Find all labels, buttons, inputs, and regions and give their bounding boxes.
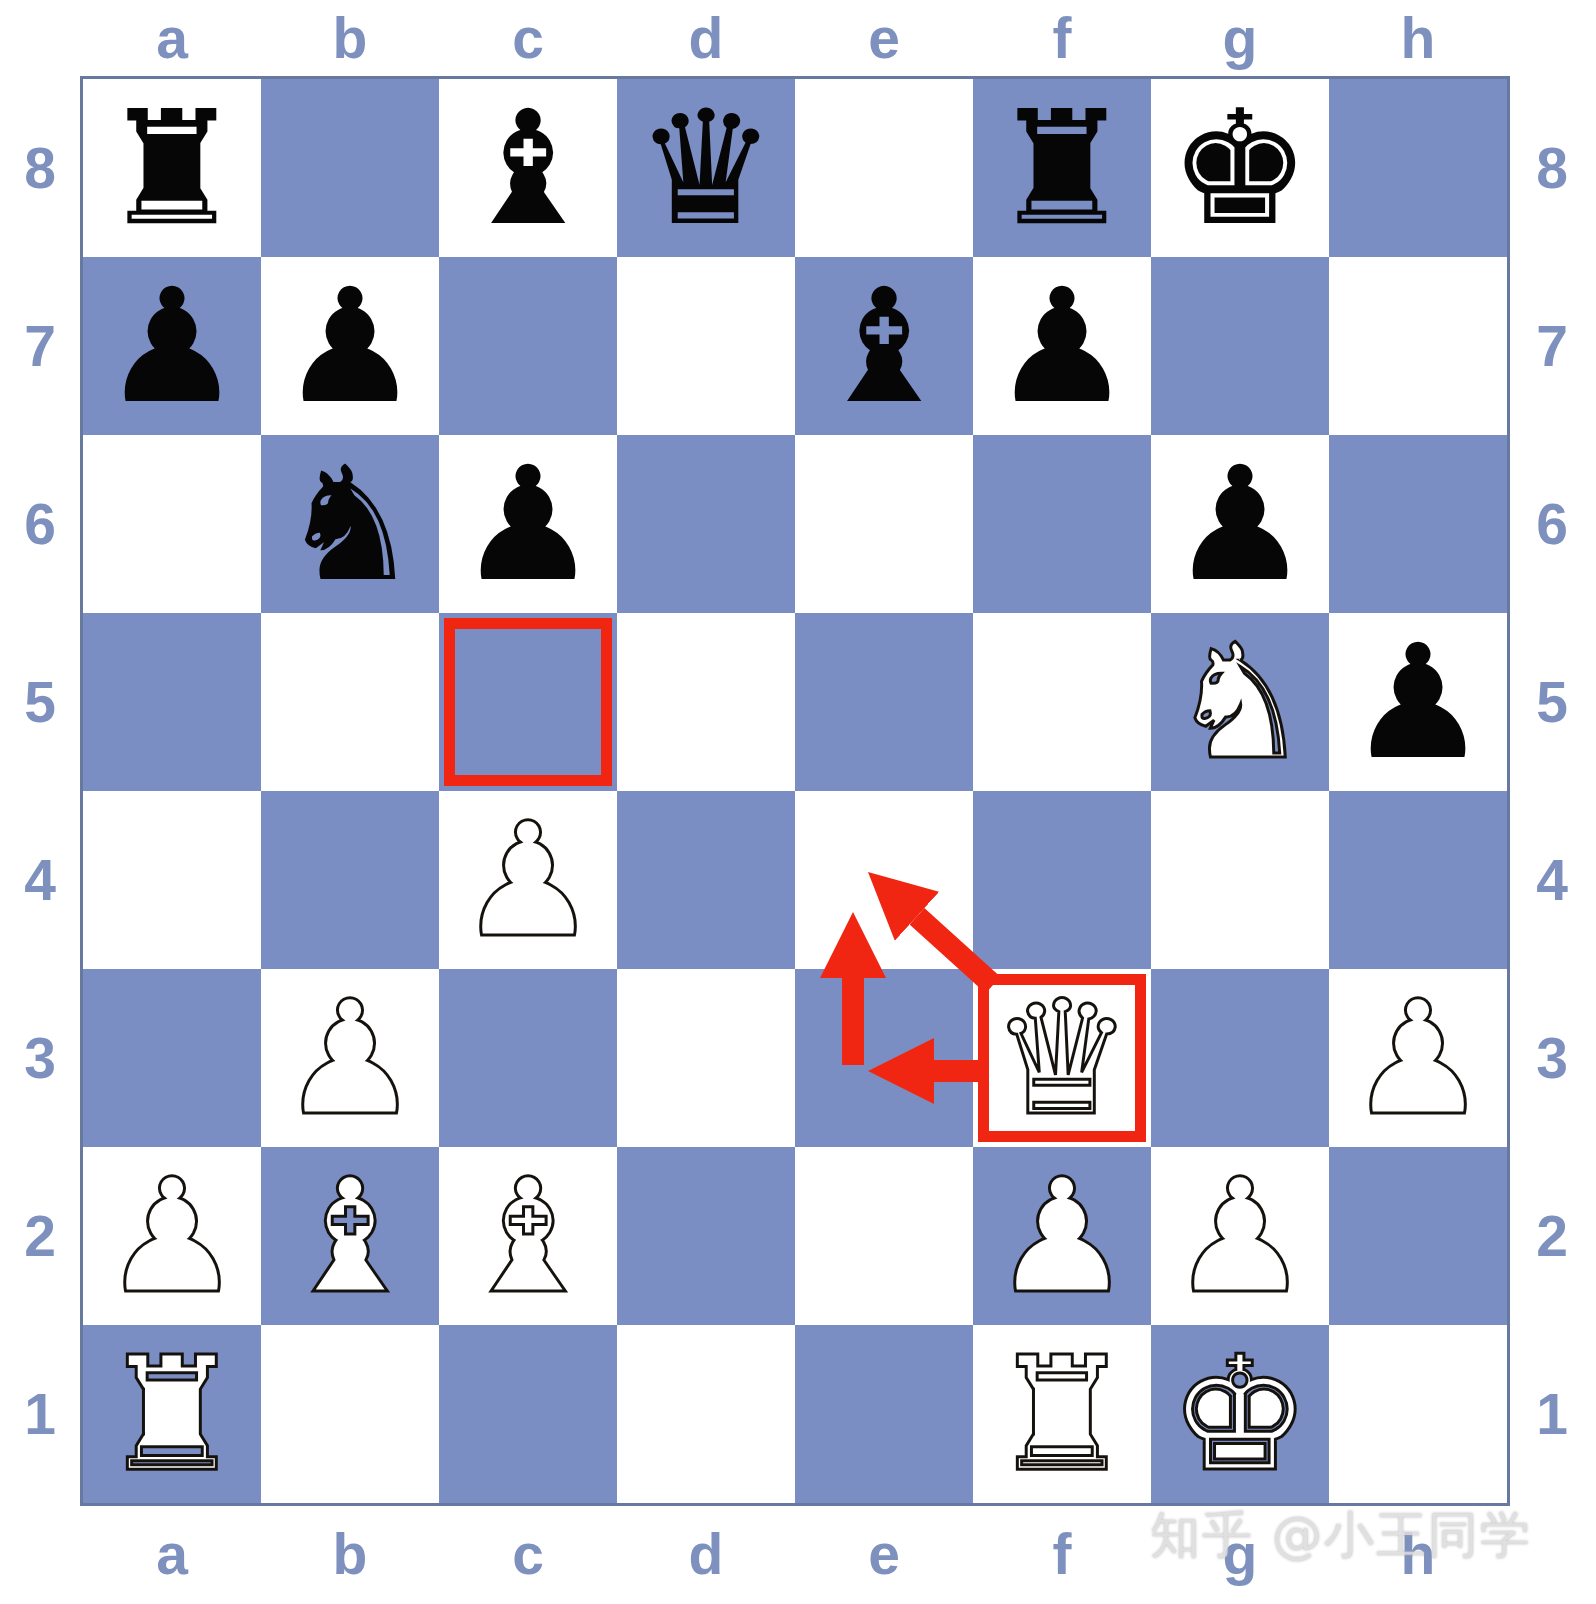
square-c3 — [439, 969, 617, 1147]
square-a2: ♟ — [83, 1147, 261, 1325]
square-h3: ♟ — [1329, 969, 1507, 1147]
square-b3: ♟ — [261, 969, 439, 1147]
square-a7: ♟ — [83, 257, 261, 435]
file-label-bottom-c: c — [439, 1507, 617, 1601]
square-d2 — [617, 1147, 795, 1325]
square-f2: ♟ — [973, 1147, 1151, 1325]
file-label-bottom-f: f — [973, 1507, 1151, 1601]
square-c4: ♟ — [439, 791, 617, 969]
watermark-text: 知乎 @小王同学 — [1150, 1502, 1532, 1569]
square-d3 — [617, 969, 795, 1147]
file-label-top-d: d — [617, 0, 795, 76]
square-f4 — [973, 791, 1151, 969]
rank-label-right-7: 7 — [1512, 257, 1592, 435]
file-label-top-a: a — [83, 0, 261, 76]
square-c2: ♝ — [439, 1147, 617, 1325]
square-h4 — [1329, 791, 1507, 969]
file-label-bottom-d: d — [617, 1507, 795, 1601]
square-b6: ♞ — [261, 435, 439, 613]
rank-label-left-8: 8 — [0, 79, 80, 257]
black-pawn-b7: ♟ — [261, 257, 439, 435]
square-b4 — [261, 791, 439, 969]
square-h1 — [1329, 1325, 1507, 1503]
square-e4 — [795, 791, 973, 969]
rank-label-right-5: 5 — [1512, 613, 1592, 791]
white-queen-f3: ♛ — [973, 969, 1151, 1147]
square-b5 — [261, 613, 439, 791]
black-bishop-c8: ♝ — [439, 79, 617, 257]
file-label-top-e: e — [795, 0, 973, 76]
white-bishop-c2: ♝ — [439, 1147, 617, 1325]
chess-board: ♜♝♛♜♚♟♟♝♟♞♟♟♞♟♟♟♛♟♟♝♝♟♟♜♜♚ — [80, 76, 1510, 1506]
file-label-top-b: b — [261, 0, 439, 76]
white-rook-f1: ♜ — [973, 1325, 1151, 1503]
square-d5 — [617, 613, 795, 791]
white-pawn-c4: ♟ — [439, 791, 617, 969]
rank-label-left-3: 3 — [0, 969, 80, 1147]
black-pawn-h5: ♟ — [1329, 613, 1507, 791]
black-pawn-f7: ♟ — [973, 257, 1151, 435]
square-a3 — [83, 969, 261, 1147]
square-c8: ♝ — [439, 79, 617, 257]
rank-labels-right: 87654321 — [1512, 79, 1592, 1503]
black-rook-f8: ♜ — [973, 79, 1151, 257]
file-label-top-h: h — [1329, 0, 1507, 76]
file-label-top-f: f — [973, 0, 1151, 76]
square-e1 — [795, 1325, 973, 1503]
square-f1: ♜ — [973, 1325, 1151, 1503]
rank-label-right-2: 2 — [1512, 1147, 1592, 1325]
square-g2: ♟ — [1151, 1147, 1329, 1325]
black-knight-b6: ♞ — [261, 435, 439, 613]
square-e5 — [795, 613, 973, 791]
black-rook-a8: ♜ — [83, 79, 261, 257]
black-pawn-g6: ♟ — [1151, 435, 1329, 613]
square-f6 — [973, 435, 1151, 613]
file-labels-top: abcdefgh — [83, 0, 1507, 76]
square-g1: ♚ — [1151, 1325, 1329, 1503]
square-h8 — [1329, 79, 1507, 257]
square-b7: ♟ — [261, 257, 439, 435]
rank-labels-left: 87654321 — [0, 79, 80, 1503]
square-f8: ♜ — [973, 79, 1151, 257]
black-pawn-c6: ♟ — [439, 435, 617, 613]
square-g7 — [1151, 257, 1329, 435]
square-a6 — [83, 435, 261, 613]
square-e7: ♝ — [795, 257, 973, 435]
rank-label-left-1: 1 — [0, 1325, 80, 1503]
square-g3 — [1151, 969, 1329, 1147]
white-king-g1: ♚ — [1151, 1325, 1329, 1503]
square-g6: ♟ — [1151, 435, 1329, 613]
rank-label-left-4: 4 — [0, 791, 80, 969]
square-h6 — [1329, 435, 1507, 613]
square-g8: ♚ — [1151, 79, 1329, 257]
chess-diagram: abcdefgh 87654321 ♜♝♛♜♚♟♟♝♟♞♟♟♞♟♟♟♛♟♟♝♝♟… — [0, 0, 1596, 1604]
square-g5: ♞ — [1151, 613, 1329, 791]
square-a1: ♜ — [83, 1325, 261, 1503]
square-a4 — [83, 791, 261, 969]
rank-label-left-6: 6 — [0, 435, 80, 613]
white-pawn-f2: ♟ — [973, 1147, 1151, 1325]
file-label-top-g: g — [1151, 0, 1329, 76]
rank-label-left-2: 2 — [0, 1147, 80, 1325]
white-rook-a1: ♜ — [83, 1325, 261, 1503]
rank-label-left-7: 7 — [0, 257, 80, 435]
black-bishop-e7: ♝ — [795, 257, 973, 435]
black-king-g8: ♚ — [1151, 79, 1329, 257]
file-label-bottom-a: a — [83, 1507, 261, 1601]
file-label-top-c: c — [439, 0, 617, 76]
square-c7 — [439, 257, 617, 435]
square-f3: ♛ — [973, 969, 1151, 1147]
white-pawn-g2: ♟ — [1151, 1147, 1329, 1325]
square-a8: ♜ — [83, 79, 261, 257]
black-queen-d8: ♛ — [617, 79, 795, 257]
square-d6 — [617, 435, 795, 613]
white-pawn-b3: ♟ — [261, 969, 439, 1147]
square-h2 — [1329, 1147, 1507, 1325]
rank-label-left-5: 5 — [0, 613, 80, 791]
black-pawn-a7: ♟ — [83, 257, 261, 435]
square-h5: ♟ — [1329, 613, 1507, 791]
rank-label-right-8: 8 — [1512, 79, 1592, 257]
white-pawn-a2: ♟ — [83, 1147, 261, 1325]
white-bishop-b2: ♝ — [261, 1147, 439, 1325]
square-f7: ♟ — [973, 257, 1151, 435]
file-label-bottom-e: e — [795, 1507, 973, 1601]
white-pawn-h3: ♟ — [1329, 969, 1507, 1147]
square-b2: ♝ — [261, 1147, 439, 1325]
square-e3 — [795, 969, 973, 1147]
rank-label-right-3: 3 — [1512, 969, 1592, 1147]
file-label-bottom-b: b — [261, 1507, 439, 1601]
square-d7 — [617, 257, 795, 435]
rank-label-right-4: 4 — [1512, 791, 1592, 969]
square-f5 — [973, 613, 1151, 791]
square-a5 — [83, 613, 261, 791]
square-b8 — [261, 79, 439, 257]
white-knight-g5: ♞ — [1151, 613, 1329, 791]
rank-label-right-6: 6 — [1512, 435, 1592, 613]
square-e2 — [795, 1147, 973, 1325]
square-d8: ♛ — [617, 79, 795, 257]
square-d1 — [617, 1325, 795, 1503]
square-b1 — [261, 1325, 439, 1503]
square-e6 — [795, 435, 973, 613]
square-g4 — [1151, 791, 1329, 969]
square-c5 — [439, 613, 617, 791]
rank-label-right-1: 1 — [1512, 1325, 1592, 1503]
square-c1 — [439, 1325, 617, 1503]
square-d4 — [617, 791, 795, 969]
square-e8 — [795, 79, 973, 257]
square-c6: ♟ — [439, 435, 617, 613]
square-h7 — [1329, 257, 1507, 435]
